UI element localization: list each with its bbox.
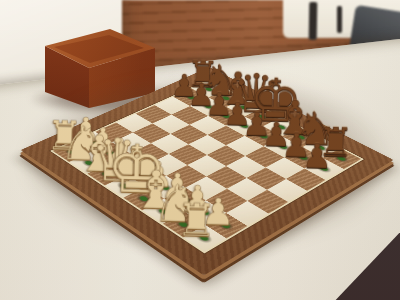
chess-board: ♜♞♝♛♚♝♞♜♟♟♟♟♟♟♟♟♟♟♟♟♟♟♟♟♜♞♝♛♚♝♞♜ <box>20 67 393 275</box>
chess-board-scene: ♜♞♝♛♚♝♞♜♟♟♟♟♟♟♟♟♟♟♟♟♟♟♟♟♜♞♝♛♚♝♞♜ <box>53 1 361 300</box>
photo-canvas: ♜♞♝♛♚♝♞♜♟♟♟♟♟♟♟♟♟♟♟♟♟♟♟♟♜♞♝♛♚♝♞♜ <box>0 0 400 300</box>
board-maple-border: ♜♞♝♛♚♝♞♜♟♟♟♟♟♟♟♟♟♟♟♟♟♟♟♟♜♞♝♛♚♝♞♜ <box>49 79 366 255</box>
piece-black-pawn[interactable]: ♟ <box>302 139 333 174</box>
piece-white-rook[interactable]: ♜ <box>176 197 218 243</box>
board-frame: ♜♞♝♛♚♝♞♜♟♟♟♟♟♟♟♟♟♟♟♟♟♟♟♟♜♞♝♛♚♝♞♜ <box>20 67 393 275</box>
board-grid: ♜♞♝♛♚♝♞♜♟♟♟♟♟♟♟♟♟♟♟♟♟♟♟♟♜♞♝♛♚♝♞♜ <box>53 81 361 252</box>
